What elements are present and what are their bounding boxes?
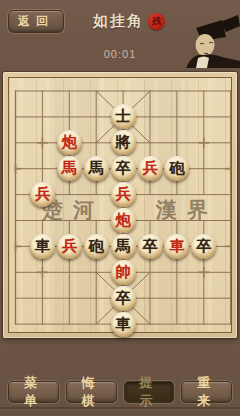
hint-button[interactable]: 提示	[124, 381, 175, 403]
seal-badge-icon: 残	[148, 13, 165, 30]
piece-red-炮[interactable]: 炮	[57, 130, 82, 155]
piece-black-士[interactable]: 士	[111, 104, 136, 129]
piece-red-馬[interactable]: 馬	[57, 156, 82, 181]
piece-black-車[interactable]: 車	[111, 312, 136, 337]
undo-button[interactable]: 悔棋	[66, 381, 117, 403]
piece-red-兵[interactable]: 兵	[30, 182, 55, 207]
piece-red-炮[interactable]: 炮	[111, 208, 136, 233]
piece-black-砲[interactable]: 砲	[84, 234, 109, 259]
piece-black-馬[interactable]: 馬	[111, 234, 136, 259]
restart-button[interactable]: 重来	[181, 381, 232, 403]
page-title: 如挂角	[93, 12, 144, 31]
piece-black-卒[interactable]: 卒	[138, 234, 163, 259]
piece-red-兵[interactable]: 兵	[111, 182, 136, 207]
bottom-seam	[0, 407, 240, 409]
piece-black-馬[interactable]: 馬	[84, 156, 109, 181]
river-label-right: 漢界	[156, 196, 218, 224]
piece-red-兵[interactable]: 兵	[138, 156, 163, 181]
menu-button[interactable]: 菜单	[8, 381, 59, 403]
piece-black-卒[interactable]: 卒	[111, 286, 136, 311]
bottom-toolbar: 菜单 悔棋 提示 重来	[0, 381, 240, 404]
piece-black-卒[interactable]: 卒	[111, 156, 136, 181]
timer: 00:01	[0, 48, 240, 60]
xiangqi-app: 返回 如挂角 残 00:01 楚河 漢界 士炮將馬馬卒兵砲兵兵炮車兵砲馬卒車卒帥…	[0, 0, 240, 416]
piece-black-將[interactable]: 將	[111, 130, 136, 155]
piece-red-兵[interactable]: 兵	[57, 234, 82, 259]
piece-black-車[interactable]: 車	[30, 234, 55, 259]
board-frame: 楚河 漢界 士炮將馬馬卒兵砲兵兵炮車兵砲馬卒車卒帥卒車	[3, 72, 237, 338]
board-surface: 楚河 漢界 士炮將馬馬卒兵砲兵兵炮車兵砲馬卒車卒帥卒車	[8, 77, 232, 333]
piece-red-帥[interactable]: 帥	[111, 260, 136, 285]
